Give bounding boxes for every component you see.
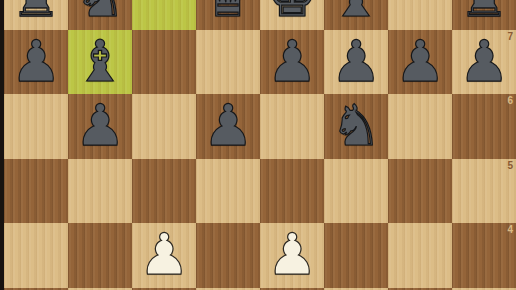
square-f8[interactable]: ♝ xyxy=(324,0,388,30)
black-pawn-g7[interactable]: ♟ xyxy=(394,29,445,93)
rank-label-4: 4 xyxy=(507,224,513,235)
square-c7[interactable] xyxy=(132,30,196,95)
black-rook-a8[interactable]: ♜ xyxy=(10,0,61,28)
square-a7[interactable]: ♟ xyxy=(4,30,68,95)
square-g4[interactable] xyxy=(388,223,452,288)
square-h7[interactable]: 7♟ xyxy=(452,30,516,95)
black-rook-h8[interactable]: ♜ xyxy=(458,0,509,28)
board: ♜♞♛♚♝♜♟♝♟♟♟7♟♟♟♞65♟♟4 xyxy=(4,0,516,290)
black-pawn-a7[interactable]: ♟ xyxy=(10,29,61,93)
square-g7[interactable]: ♟ xyxy=(388,30,452,95)
square-a5[interactable] xyxy=(4,159,68,224)
square-e6[interactable] xyxy=(260,94,324,159)
square-c4[interactable]: ♟ xyxy=(132,223,196,288)
square-h5[interactable]: 5 xyxy=(452,159,516,224)
black-king-e8[interactable]: ♚ xyxy=(266,0,317,28)
black-knight-f6[interactable]: ♞ xyxy=(330,93,381,157)
square-g8[interactable] xyxy=(388,0,452,30)
black-queen-d8[interactable]: ♛ xyxy=(202,0,253,28)
square-h4[interactable]: 4 xyxy=(452,223,516,288)
square-c8[interactable] xyxy=(132,0,196,30)
square-f4[interactable] xyxy=(324,223,388,288)
black-pawn-b6[interactable]: ♟ xyxy=(74,93,125,157)
chessboard-viewport: ♜♞♛♚♝♜♟♝♟♟♟7♟♟♟♞65♟♟4 xyxy=(0,0,516,290)
black-bishop-b7[interactable]: ♝ xyxy=(74,29,125,93)
black-pawn-h7[interactable]: ♟ xyxy=(458,29,509,93)
square-f6[interactable]: ♞ xyxy=(324,94,388,159)
square-c6[interactable] xyxy=(132,94,196,159)
square-g6[interactable] xyxy=(388,94,452,159)
black-pawn-d6[interactable]: ♟ xyxy=(202,93,253,157)
square-h6[interactable]: 6 xyxy=(452,94,516,159)
square-d7[interactable] xyxy=(196,30,260,95)
black-knight-b8[interactable]: ♞ xyxy=(74,0,125,28)
square-c5[interactable] xyxy=(132,159,196,224)
white-pawn-e4[interactable]: ♟ xyxy=(266,222,317,286)
square-b6[interactable]: ♟ xyxy=(68,94,132,159)
square-e7[interactable]: ♟ xyxy=(260,30,324,95)
square-b5[interactable] xyxy=(68,159,132,224)
square-e5[interactable] xyxy=(260,159,324,224)
rank-label-5: 5 xyxy=(507,160,513,171)
black-pawn-e7[interactable]: ♟ xyxy=(266,29,317,93)
square-b7[interactable]: ♝ xyxy=(68,30,132,95)
square-b8[interactable]: ♞ xyxy=(68,0,132,30)
square-a8[interactable]: ♜ xyxy=(4,0,68,30)
rank-label-6: 6 xyxy=(507,95,513,106)
square-e4[interactable]: ♟ xyxy=(260,223,324,288)
square-b4[interactable] xyxy=(68,223,132,288)
black-bishop-f8[interactable]: ♝ xyxy=(330,0,381,28)
square-e8[interactable]: ♚ xyxy=(260,0,324,30)
square-g5[interactable] xyxy=(388,159,452,224)
square-h8[interactable]: ♜ xyxy=(452,0,516,30)
white-pawn-c4[interactable]: ♟ xyxy=(138,222,189,286)
square-d6[interactable]: ♟ xyxy=(196,94,260,159)
square-a6[interactable] xyxy=(4,94,68,159)
square-d5[interactable] xyxy=(196,159,260,224)
square-f5[interactable] xyxy=(324,159,388,224)
square-f7[interactable]: ♟ xyxy=(324,30,388,95)
square-d8[interactable]: ♛ xyxy=(196,0,260,30)
black-pawn-f7[interactable]: ♟ xyxy=(330,29,381,93)
square-a4[interactable] xyxy=(4,223,68,288)
square-d4[interactable] xyxy=(196,223,260,288)
